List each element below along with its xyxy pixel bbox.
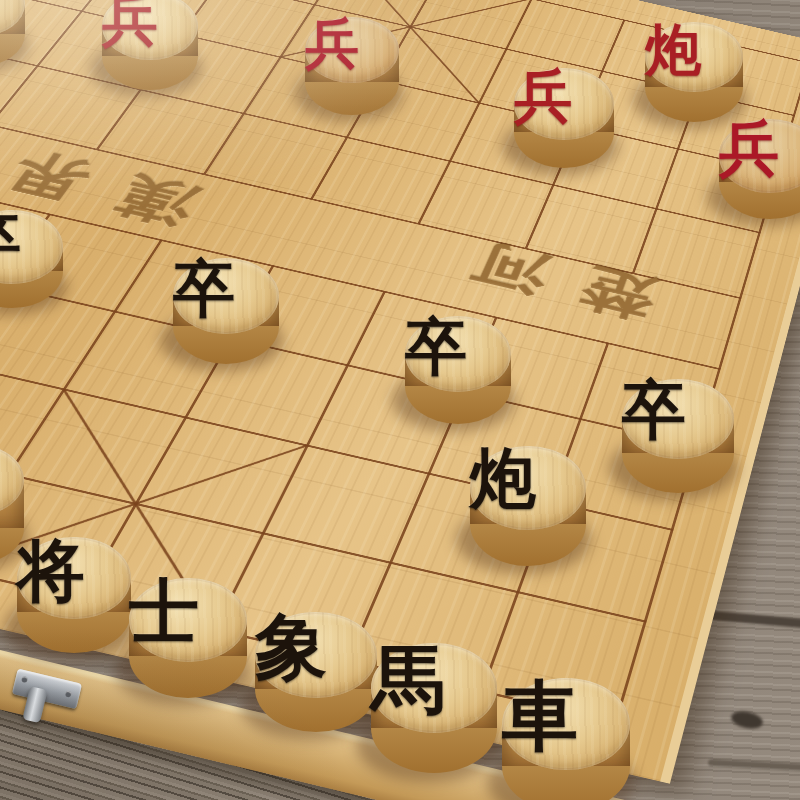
piece-glyph-馬: 馬	[371, 639, 445, 721]
piece-face: 兵	[514, 68, 614, 140]
piece-face: 象	[255, 612, 377, 698]
piece-red-soldier-c4[interactable]: 兵	[102, 0, 198, 90]
piece-glyph-兵: 兵	[514, 64, 572, 129]
piece-glyph-卒: 卒	[405, 313, 467, 381]
piece-face: 士	[129, 578, 247, 662]
piece-face: 車	[502, 678, 630, 770]
piece-black-soldier-g7[interactable]: 卒	[405, 316, 511, 424]
piece-glyph-炮: 炮	[470, 442, 536, 515]
piece-glyph-卒: 卒	[173, 255, 235, 323]
piece-face: 兵	[719, 119, 800, 193]
piece-red-soldier-e4[interactable]: 兵	[305, 17, 399, 115]
piece-face: 将	[17, 537, 131, 619]
piece-glyph-車: 車	[502, 674, 578, 758]
piece-glyph-炮: 炮	[645, 19, 701, 81]
piece-face: 馬	[371, 643, 497, 733]
piece-glyph-兵: 兵	[305, 14, 359, 74]
piece-black-chariot-i10[interactable]: 車	[502, 678, 630, 800]
piece-black-soldier-e7[interactable]: 卒	[173, 258, 279, 364]
piece-black-horse-h10[interactable]: 馬	[371, 643, 497, 773]
piece-face: 兵	[305, 17, 399, 83]
piece-black-elephant-g10[interactable]: 象	[255, 612, 377, 732]
piece-glyph-兵: 兵	[719, 116, 779, 182]
piece-glyph-士: 士	[129, 574, 199, 651]
piece-black-general-e10[interactable]: 将	[17, 537, 131, 653]
piece-face: 卒	[622, 379, 734, 459]
pieces-layer: 兵兵兵炮兵卒卒卒卒炮将士象馬車	[0, 0, 800, 800]
piece-glyph-将: 将	[17, 533, 85, 609]
piece-black-soldier-i7[interactable]: 卒	[622, 379, 734, 493]
piece-glyph-象: 象	[255, 608, 327, 688]
piece-black-soldier-c7[interactable]: 卒	[0, 210, 63, 308]
piece-glyph-卒: 卒	[0, 207, 21, 273]
piece-face: 炮	[645, 22, 743, 92]
piece-glyph-卒: 卒	[622, 375, 686, 446]
xiangqi-product-photo: 漢界 楚河 兵兵兵炮兵卒卒卒卒炮将士象馬車	[0, 0, 800, 800]
piece-red-soldier-g4[interactable]: 兵	[514, 68, 614, 168]
piece-red-cannon-h3[interactable]: 炮	[645, 22, 743, 122]
piece-face: 卒	[405, 316, 511, 392]
piece-black-cannon-h8[interactable]: 炮	[470, 446, 586, 566]
piece-red-soldier-i4[interactable]: 兵	[719, 119, 800, 219]
piece-face: 炮	[470, 446, 586, 530]
piece-glyph-兵: 兵	[102, 0, 158, 51]
piece-black-advisor-f10[interactable]: 士	[129, 578, 247, 698]
piece-partial-piece-top-left[interactable]	[0, 0, 25, 66]
piece-face: 卒	[173, 258, 279, 334]
